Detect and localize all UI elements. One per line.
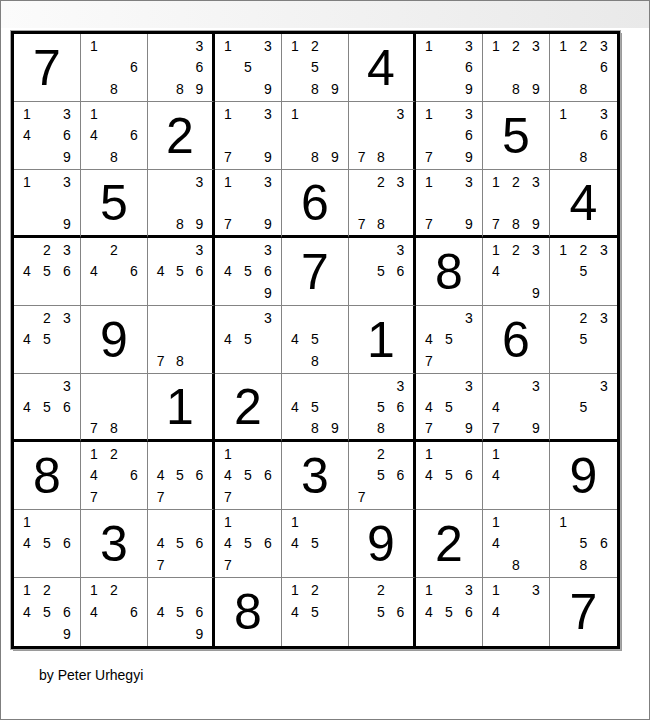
- pencil-marks: 12349: [486, 239, 546, 304]
- pencil-mark-slot: [594, 350, 614, 372]
- cell-r1c4[interactable]: 1359: [215, 34, 282, 102]
- pencil-mark-slot: [218, 239, 238, 261]
- pencil-mark-slot: 3: [391, 103, 410, 125]
- pencil-marks: 356: [352, 239, 410, 304]
- pencil-mark-slot: [553, 533, 573, 555]
- pencil-mark-slot: 2: [305, 35, 325, 57]
- pencil-mark-slot: [151, 511, 170, 533]
- cell-r2c6[interactable]: 378: [349, 102, 416, 170]
- cell-r7c1[interactable]: 8: [14, 442, 81, 510]
- pencil-mark-slot: [439, 375, 459, 396]
- pencil-mark-slot: [486, 486, 506, 508]
- pencil-mark-slot: 2: [104, 579, 124, 601]
- pencil-marks: 3479: [486, 375, 546, 438]
- pencil-mark-slot: [170, 57, 189, 79]
- cell-r4c6[interactable]: 356: [349, 238, 416, 306]
- pencil-mark-slot: [526, 486, 546, 508]
- cell-r5c8[interactable]: 6: [483, 306, 550, 374]
- pencil-mark-slot: 3: [594, 307, 614, 329]
- pencil-mark-slot: [57, 282, 77, 304]
- pencil-mark-slot: [124, 78, 144, 100]
- pencil-mark-slot: 8: [305, 78, 325, 100]
- pencil-mark-slot: 7: [218, 213, 238, 234]
- pencil-mark-slot: [285, 146, 305, 168]
- pencil-mark-slot: [486, 78, 506, 100]
- cell-r8c4[interactable]: 14567: [215, 510, 282, 578]
- pencil-marks: 2378: [352, 171, 410, 234]
- pencil-mark-slot: 8: [371, 146, 390, 168]
- pencil-marks: 2567: [352, 443, 410, 508]
- cell-r5c5[interactable]: 458: [282, 306, 349, 374]
- pencil-mark-slot: [419, 192, 439, 213]
- cell-r6c7[interactable]: 34579: [416, 374, 483, 442]
- pencil-mark-slot: [371, 239, 390, 261]
- pencil-mark-slot: 6: [459, 465, 479, 487]
- pencil-mark-slot: 3: [57, 171, 77, 192]
- cell-r2c2[interactable]: 1468: [81, 102, 148, 170]
- cell-r7c5[interactable]: 3: [282, 442, 349, 510]
- pencil-mark-slot: 6: [391, 465, 410, 487]
- pencil-mark-slot: 1: [84, 443, 104, 465]
- pencil-mark-slot: [506, 533, 526, 555]
- solved-digit: 7: [301, 247, 329, 297]
- solved-digit: 2: [234, 382, 262, 432]
- cell-r2c1[interactable]: 13469: [14, 102, 81, 170]
- pencil-mark-slot: 1: [84, 103, 104, 125]
- pencil-mark-slot: [218, 125, 238, 147]
- cell-r3c3[interactable]: 389: [148, 170, 215, 238]
- cell-r6c6[interactable]: 3568: [349, 374, 416, 442]
- pencil-mark-slot: 7: [486, 417, 506, 438]
- cell-r7c7[interactable]: 1456: [416, 442, 483, 510]
- pencil-mark-slot: 8: [506, 213, 526, 234]
- pencil-mark-slot: [506, 579, 526, 601]
- cell-r6c1[interactable]: 3456: [14, 374, 81, 442]
- pencil-mark-slot: [124, 103, 144, 125]
- pencil-mark-slot: [190, 486, 209, 508]
- pencil-mark-slot: [419, 307, 439, 329]
- pencil-marks: 4569: [151, 579, 209, 645]
- cell-r1c6[interactable]: 4: [349, 34, 416, 102]
- cell-r9c3[interactable]: 4569: [148, 578, 215, 646]
- pencil-mark-slot: 8: [104, 78, 124, 100]
- pencil-mark-slot: [258, 554, 278, 576]
- pencil-mark-slot: [439, 307, 459, 329]
- cell-r1c7[interactable]: 1369: [416, 34, 483, 102]
- pencil-mark-slot: [391, 125, 410, 147]
- pencil-marks: 2345: [17, 307, 77, 372]
- cell-r9c9[interactable]: 7: [550, 578, 617, 646]
- pencil-mark-slot: [151, 623, 170, 645]
- cell-r9c4[interactable]: 8: [215, 578, 282, 646]
- cell-r1c2[interactable]: 168: [81, 34, 148, 102]
- pencil-mark-slot: 3: [459, 103, 479, 125]
- pencil-mark-slot: 2: [104, 239, 124, 261]
- pencil-mark-slot: [104, 282, 124, 304]
- pencil-mark-slot: 6: [258, 261, 278, 283]
- cell-r8c8[interactable]: 148: [483, 510, 550, 578]
- pencil-mark-slot: [439, 350, 459, 372]
- pencil-mark-slot: 8: [305, 146, 325, 168]
- pencil-mark-slot: 9: [190, 213, 209, 234]
- pencil-mark-slot: 2: [37, 239, 57, 261]
- pencil-mark-slot: 6: [459, 57, 479, 79]
- pencil-mark-slot: [190, 350, 209, 372]
- pencil-mark-slot: [170, 511, 189, 533]
- pencil-mark-slot: [37, 623, 57, 645]
- pencil-mark-slot: [238, 125, 258, 147]
- pencil-mark-slot: [37, 282, 57, 304]
- solved-digit: 9: [100, 315, 128, 365]
- pencil-mark-slot: [37, 417, 57, 438]
- pencil-mark-slot: 4: [285, 329, 305, 351]
- cell-r9c1[interactable]: 124569: [14, 578, 81, 646]
- cell-r3c4[interactable]: 1379: [215, 170, 282, 238]
- pencil-mark-slot: 4: [285, 601, 305, 623]
- pencil-marks: 1456: [17, 511, 77, 576]
- pencil-mark-slot: [151, 579, 170, 601]
- cell-r2c9[interactable]: 1368: [550, 102, 617, 170]
- pencil-mark-slot: [305, 307, 325, 329]
- pencil-mark-slot: 3: [526, 375, 546, 396]
- cell-r5c9[interactable]: 235: [550, 306, 617, 374]
- cell-r1c8[interactable]: 12389: [483, 34, 550, 102]
- solved-digit: 5: [502, 111, 530, 161]
- solved-digit: 6: [502, 315, 530, 365]
- solved-digit: 2: [435, 519, 463, 569]
- pencil-mark-slot: 1: [285, 35, 305, 57]
- pencil-mark-slot: [506, 282, 526, 304]
- cell-r3c5[interactable]: 6: [282, 170, 349, 238]
- sudoku-board: 7168368913591258941369123891236813469146…: [11, 31, 620, 649]
- cell-r7c9[interactable]: 9: [550, 442, 617, 510]
- pencil-mark-slot: 6: [594, 533, 614, 555]
- cell-r9c5[interactable]: 1245: [282, 578, 349, 646]
- pencil-marks: 145: [285, 511, 345, 576]
- cell-r4c8[interactable]: 12349: [483, 238, 550, 306]
- pencil-mark-slot: 8: [170, 78, 189, 100]
- pencil-mark-slot: [285, 57, 305, 79]
- cell-r6c3[interactable]: 1: [148, 374, 215, 442]
- pencil-mark-slot: 4: [17, 533, 37, 555]
- pencil-mark-slot: [104, 261, 124, 283]
- pencil-marks: 458: [285, 307, 345, 372]
- cell-r5c2[interactable]: 9: [81, 306, 148, 374]
- pencil-mark-slot: 1: [218, 103, 238, 125]
- pencil-mark-slot: 4: [486, 261, 506, 283]
- solved-digit: 8: [435, 247, 463, 297]
- cell-r6c9[interactable]: 35: [550, 374, 617, 442]
- pencil-mark-slot: [37, 171, 57, 192]
- pencil-mark-slot: [459, 486, 479, 508]
- pencil-mark-slot: 7: [419, 350, 439, 372]
- pencil-mark-slot: [439, 57, 459, 79]
- pencil-mark-slot: 5: [439, 601, 459, 623]
- pencil-mark-slot: 4: [17, 601, 37, 623]
- pencil-mark-slot: 1: [285, 103, 305, 125]
- solved-digit: 9: [367, 519, 395, 569]
- pencil-mark-slot: [459, 623, 479, 645]
- pencil-mark-slot: 8: [573, 554, 593, 576]
- pencil-mark-slot: 4: [151, 533, 170, 555]
- cell-r8c5[interactable]: 145: [282, 510, 349, 578]
- pencil-mark-slot: [151, 57, 170, 79]
- pencil-mark-slot: [325, 329, 345, 351]
- pencil-mark-slot: [486, 57, 506, 79]
- pencil-mark-slot: [459, 443, 479, 465]
- cell-r2c5[interactable]: 189: [282, 102, 349, 170]
- pencil-mark-slot: 7: [419, 213, 439, 234]
- pencil-mark-slot: 3: [459, 171, 479, 192]
- solved-digit: 2: [166, 111, 194, 161]
- pencil-marks: 148: [486, 511, 546, 576]
- pencil-mark-slot: [190, 307, 209, 329]
- cell-r7c3[interactable]: 4567: [148, 442, 215, 510]
- pencil-mark-slot: 3: [258, 239, 278, 261]
- pencil-mark-slot: [170, 192, 189, 213]
- pencil-mark-slot: [37, 213, 57, 234]
- cell-r9c2[interactable]: 1246: [81, 578, 148, 646]
- cell-r8c7[interactable]: 2: [416, 510, 483, 578]
- pencil-mark-slot: [238, 192, 258, 213]
- cell-r3c2[interactable]: 5: [81, 170, 148, 238]
- pencil-mark-slot: [325, 307, 345, 329]
- pencil-mark-slot: 1: [419, 103, 439, 125]
- pencil-mark-slot: [391, 282, 410, 304]
- cell-r4c4[interactable]: 34569: [215, 238, 282, 306]
- pencil-mark-slot: [553, 78, 573, 100]
- cell-r9c6[interactable]: 256: [349, 578, 416, 646]
- pencil-mark-slot: 4: [84, 601, 104, 623]
- cell-r2c7[interactable]: 13679: [416, 102, 483, 170]
- pencil-mark-slot: [151, 329, 170, 351]
- pencil-mark-slot: 9: [459, 213, 479, 234]
- pencil-mark-slot: [486, 623, 506, 645]
- pencil-mark-slot: 4: [84, 125, 104, 147]
- pencil-mark-slot: 1: [17, 103, 37, 125]
- cell-r6c2[interactable]: 78: [81, 374, 148, 442]
- pencil-mark-slot: [391, 146, 410, 168]
- pencil-mark-slot: 7: [352, 146, 371, 168]
- pencil-mark-slot: [17, 192, 37, 213]
- pencil-mark-slot: [84, 375, 104, 396]
- pencil-marks: 35: [553, 375, 614, 438]
- pencil-mark-slot: 1: [285, 511, 305, 533]
- pencil-mark-slot: [285, 417, 305, 438]
- pencil-mark-slot: 6: [258, 533, 278, 555]
- pencil-mark-slot: 1: [84, 35, 104, 57]
- cell-r5c4[interactable]: 345: [215, 306, 282, 374]
- pencil-mark-slot: [84, 57, 104, 79]
- cell-r1c3[interactable]: 3689: [148, 34, 215, 102]
- solved-digit: 4: [570, 178, 598, 228]
- pencil-mark-slot: 4: [17, 396, 37, 417]
- pencil-mark-slot: 6: [190, 57, 209, 79]
- pencil-mark-slot: 4: [84, 261, 104, 283]
- pencil-mark-slot: [238, 146, 258, 168]
- pencil-mark-slot: [218, 78, 238, 100]
- pencil-marks: 1568: [553, 511, 614, 576]
- cell-r6c4[interactable]: 2: [215, 374, 282, 442]
- pencil-mark-slot: 3: [526, 35, 546, 57]
- cell-r7c6[interactable]: 2567: [349, 442, 416, 510]
- pencil-mark-slot: [352, 623, 371, 645]
- pencil-mark-slot: 3: [391, 375, 410, 396]
- cell-r1c1[interactable]: 7: [14, 34, 81, 102]
- pencil-mark-slot: 2: [506, 239, 526, 261]
- pencil-mark-slot: [325, 554, 345, 576]
- pencil-mark-slot: [170, 329, 189, 351]
- pencil-mark-slot: 3: [459, 375, 479, 396]
- pencil-mark-slot: [258, 511, 278, 533]
- cell-r2c4[interactable]: 1379: [215, 102, 282, 170]
- pencil-mark-slot: [419, 78, 439, 100]
- pencil-mark-slot: 4: [486, 601, 506, 623]
- cell-r5c7[interactable]: 3457: [416, 306, 483, 374]
- cell-r3c7[interactable]: 1379: [416, 170, 483, 238]
- pencil-mark-slot: 1: [486, 239, 506, 261]
- cell-r4c2[interactable]: 246: [81, 238, 148, 306]
- solved-digit: 9: [570, 451, 598, 501]
- cell-r8c9[interactable]: 1568: [550, 510, 617, 578]
- pencil-mark-slot: [553, 146, 573, 168]
- pencil-mark-slot: 1: [84, 579, 104, 601]
- pencil-mark-slot: [305, 125, 325, 147]
- cell-r3c8[interactable]: 123789: [483, 170, 550, 238]
- pencil-mark-slot: [526, 261, 546, 283]
- pencil-mark-slot: [391, 192, 410, 213]
- cell-r3c6[interactable]: 2378: [349, 170, 416, 238]
- pencil-mark-slot: [325, 511, 345, 533]
- solved-digit: 4: [367, 43, 395, 93]
- pencil-mark-slot: [352, 443, 371, 465]
- pencil-marks: 23456: [17, 239, 77, 304]
- cell-r7c4[interactable]: 14567: [215, 442, 282, 510]
- pencil-mark-slot: [506, 486, 526, 508]
- cell-r2c3[interactable]: 2: [148, 102, 215, 170]
- pencil-mark-slot: [124, 239, 144, 261]
- cell-r7c2[interactable]: 12467: [81, 442, 148, 510]
- pencil-mark-slot: 9: [190, 78, 209, 100]
- pencil-mark-slot: [325, 57, 345, 79]
- pencil-mark-slot: [57, 329, 77, 351]
- pencil-mark-slot: [553, 375, 573, 396]
- pencil-mark-slot: [439, 125, 459, 147]
- cell-r4c7[interactable]: 8: [416, 238, 483, 306]
- pencil-mark-slot: 9: [190, 623, 209, 645]
- cell-r8c2[interactable]: 3: [81, 510, 148, 578]
- cell-r3c9[interactable]: 4: [550, 170, 617, 238]
- pencil-mark-slot: 5: [305, 601, 325, 623]
- pencil-mark-slot: 3: [190, 171, 209, 192]
- cell-r2c8[interactable]: 5: [483, 102, 550, 170]
- top-band: [1, 1, 649, 28]
- pencil-mark-slot: [238, 103, 258, 125]
- pencil-mark-slot: 8: [371, 213, 390, 234]
- pencil-mark-slot: 9: [325, 78, 345, 100]
- pencil-mark-slot: 1: [218, 35, 238, 57]
- pencil-mark-slot: [104, 396, 124, 417]
- cell-r9c8[interactable]: 134: [483, 578, 550, 646]
- pencil-mark-slot: [151, 282, 170, 304]
- pencil-mark-slot: [439, 486, 459, 508]
- pencil-mark-slot: [371, 125, 390, 147]
- pencil-mark-slot: 1: [486, 579, 506, 601]
- cell-r8c6[interactable]: 9: [349, 510, 416, 578]
- pencil-mark-slot: 1: [419, 579, 439, 601]
- pencil-mark-slot: [439, 171, 459, 192]
- pencil-mark-slot: [151, 192, 170, 213]
- pencil-mark-slot: [124, 146, 144, 168]
- pencil-mark-slot: [325, 623, 345, 645]
- cell-r7c8[interactable]: 14: [483, 442, 550, 510]
- cell-r8c1[interactable]: 1456: [14, 510, 81, 578]
- pencil-mark-slot: 5: [371, 465, 390, 487]
- cell-r4c3[interactable]: 3456: [148, 238, 215, 306]
- cell-r5c6[interactable]: 1: [349, 306, 416, 374]
- pencil-mark-slot: 5: [371, 396, 390, 417]
- cell-r4c9[interactable]: 1235: [550, 238, 617, 306]
- pencil-mark-slot: 6: [190, 533, 209, 555]
- pencil-mark-slot: [151, 239, 170, 261]
- cell-r4c5[interactable]: 7: [282, 238, 349, 306]
- pencil-mark-slot: [17, 417, 37, 438]
- pencil-mark-slot: 3: [459, 35, 479, 57]
- pencil-mark-slot: [573, 125, 593, 147]
- cell-r9c7[interactable]: 13456: [416, 578, 483, 646]
- pencil-mark-slot: 8: [506, 554, 526, 576]
- solved-digit: 6: [301, 178, 329, 228]
- pencil-mark-slot: 9: [57, 623, 77, 645]
- pencil-mark-slot: 1: [486, 443, 506, 465]
- pencil-mark-slot: 9: [57, 146, 77, 168]
- pencil-mark-slot: [439, 443, 459, 465]
- pencil-marks: 1246: [84, 579, 144, 645]
- pencil-marks: 13456: [419, 579, 479, 645]
- cell-r6c5[interactable]: 4589: [282, 374, 349, 442]
- pencil-mark-slot: [238, 239, 258, 261]
- pencil-mark-slot: 6: [57, 261, 77, 283]
- pencil-mark-slot: 3: [391, 239, 410, 261]
- pencil-mark-slot: [170, 554, 189, 576]
- cell-r3c1[interactable]: 139: [14, 170, 81, 238]
- pencil-mark-slot: [124, 375, 144, 396]
- pencil-mark-slot: 6: [124, 465, 144, 487]
- cell-r5c3[interactable]: 78: [148, 306, 215, 374]
- pencil-mark-slot: 6: [190, 261, 209, 283]
- pencil-marks: 3456: [17, 375, 77, 438]
- pencil-mark-slot: [190, 443, 209, 465]
- cell-r5c1[interactable]: 2345: [14, 306, 81, 374]
- pencil-mark-slot: [218, 350, 238, 372]
- cell-r1c9[interactable]: 12368: [550, 34, 617, 102]
- pencil-marks: 1235: [553, 239, 614, 304]
- pencil-mark-slot: 1: [17, 171, 37, 192]
- pencil-mark-slot: [84, 78, 104, 100]
- cell-r6c8[interactable]: 3479: [483, 374, 550, 442]
- pencil-mark-slot: [37, 192, 57, 213]
- pencil-mark-slot: [84, 396, 104, 417]
- cell-r8c3[interactable]: 4567: [148, 510, 215, 578]
- pencil-mark-slot: 2: [305, 579, 325, 601]
- pencil-mark-slot: 4: [151, 465, 170, 487]
- cell-r1c5[interactable]: 12589: [282, 34, 349, 102]
- pencil-mark-slot: [594, 554, 614, 576]
- pencil-mark-slot: [238, 213, 258, 234]
- pencil-mark-slot: 6: [57, 125, 77, 147]
- cell-r4c1[interactable]: 23456: [14, 238, 81, 306]
- pencil-mark-slot: [325, 533, 345, 555]
